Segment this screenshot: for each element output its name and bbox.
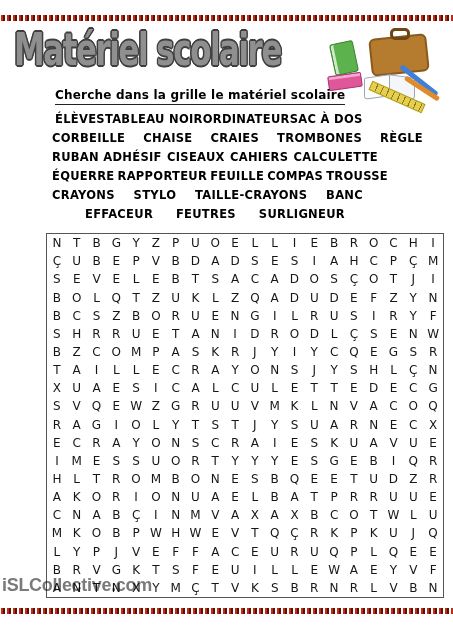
grid-cell: H (47, 470, 67, 488)
grid-cell: T (186, 270, 206, 288)
grid-cell: Y (245, 452, 265, 470)
grid-cell: U (304, 288, 324, 306)
grid-cell: I (285, 234, 305, 252)
grid-cell: C (324, 506, 344, 524)
grid-cell: E (304, 561, 324, 579)
grid-cell: O (205, 234, 225, 252)
grid-cell: B (324, 234, 344, 252)
grid-cell: O (364, 234, 384, 252)
grid-cell: A (205, 361, 225, 379)
grid-cell: O (403, 397, 423, 415)
grid-cell: B (47, 307, 67, 325)
word: EFFACEUR (85, 207, 153, 221)
grid-cell: M (47, 524, 67, 542)
grid-cell: R (344, 488, 364, 506)
grid-cell: E (146, 270, 166, 288)
grid-cell: J (304, 361, 324, 379)
grid-cell: Ç (126, 506, 146, 524)
grid-cell: S (205, 270, 225, 288)
grid-cell: U (304, 543, 324, 561)
grid-cell: X (285, 506, 305, 524)
grid-cell: E (304, 470, 324, 488)
grid-cell: E (423, 434, 443, 452)
grid-cell: B (47, 288, 67, 306)
grid-cell: P (126, 252, 146, 270)
grid-cell: A (166, 343, 186, 361)
grid-cell: A (285, 488, 305, 506)
grid-cell: E (403, 543, 423, 561)
grid-cell: Q (423, 397, 443, 415)
grid-cell: K (285, 397, 305, 415)
word: STYLO (134, 188, 177, 202)
decorative-border-bottom (0, 608, 453, 614)
grid-cell: N (265, 361, 285, 379)
grid-cell: N (324, 579, 344, 597)
grid-cell: W (186, 524, 206, 542)
grid-cell: M (67, 452, 87, 470)
grid-cell: N (47, 234, 67, 252)
grid-cell: R (186, 361, 206, 379)
grid-cell: S (205, 415, 225, 433)
grid-cell: E (205, 307, 225, 325)
grid-cell: S (47, 397, 67, 415)
grid-cell: G (87, 415, 107, 433)
grid-cell: E (146, 325, 166, 343)
grid-cell: A (106, 434, 126, 452)
grid-cell: U (304, 415, 324, 433)
word: CRAIES (211, 131, 259, 145)
grid-cell: N (205, 470, 225, 488)
grid-cell: L (205, 379, 225, 397)
grid-cell: O (67, 288, 87, 306)
grid-cell: A (186, 379, 206, 397)
grid-cell: M (146, 470, 166, 488)
grid-cell: E (106, 379, 126, 397)
grid-cell: G (166, 397, 186, 415)
grid-cell: I (47, 452, 67, 470)
grid-cell: T (225, 415, 245, 433)
grid-cell: S (364, 325, 384, 343)
grid-cell: P (87, 543, 107, 561)
grid-cell: Ç (403, 361, 423, 379)
grid-cell: C (384, 397, 404, 415)
grid-cell: R (344, 234, 364, 252)
grid-cell: Y (225, 452, 245, 470)
grid-cell: U (225, 561, 245, 579)
grid-cell: U (146, 452, 166, 470)
grid-cell: Q (344, 343, 364, 361)
watermark-text: iSLCollective.com (2, 575, 152, 596)
grid-cell: Q (245, 288, 265, 306)
grid-cell: I (304, 252, 324, 270)
grid-cell: Y (265, 452, 285, 470)
briefcase-handle-icon (390, 28, 410, 40)
grid-cell: I (285, 343, 305, 361)
grid-cell: Y (384, 561, 404, 579)
grid-cell: U (384, 524, 404, 542)
grid-cell: V (87, 270, 107, 288)
grid-cell: L (245, 234, 265, 252)
grid-cell: K (67, 524, 87, 542)
grid-cell: L (403, 506, 423, 524)
grid-cell: T (344, 470, 364, 488)
grid-cell: A (265, 506, 285, 524)
grid-cell: U (186, 488, 206, 506)
grid-cell: S (285, 415, 305, 433)
grid-cell: V (225, 579, 245, 597)
instruction-text: Cherche dans la grille le matériel scola… (55, 88, 345, 105)
grid-cell: I (87, 361, 107, 379)
grid-cell: A (245, 434, 265, 452)
grid-cell: E (146, 543, 166, 561)
grid-cell: U (364, 470, 384, 488)
grid-cell: Q (403, 452, 423, 470)
word: CAHIERS (230, 150, 288, 164)
grid-cell: R (344, 415, 364, 433)
grid-cell: R (364, 488, 384, 506)
word: CRAYONS (52, 188, 115, 202)
grid-cell: J (106, 543, 126, 561)
grid-cell: L (146, 415, 166, 433)
page-title: Matériel scolaire (14, 24, 281, 75)
grid-cell: S (245, 252, 265, 270)
grid-cell: N (225, 307, 245, 325)
grid-cell: S (265, 579, 285, 597)
grid-cell: N (403, 325, 423, 343)
grid-cell: T (364, 506, 384, 524)
grid-cell: F (186, 543, 206, 561)
grid-cell: A (344, 561, 364, 579)
grid-cell: A (87, 379, 107, 397)
grid-cell: K (186, 288, 206, 306)
grid-cell: Ç (285, 524, 305, 542)
grid-cell: Ç (47, 252, 67, 270)
grid-cell: G (384, 343, 404, 361)
grid-cell: V (344, 397, 364, 415)
grid-cell: O (304, 270, 324, 288)
grid-cell: A (205, 543, 225, 561)
grid-cell: D (285, 288, 305, 306)
grid-cell: L (384, 361, 404, 379)
grid-cell: T (384, 270, 404, 288)
grid-cell: K (245, 579, 265, 597)
grid-cell: R (225, 434, 245, 452)
grid-cell: L (265, 234, 285, 252)
grid-cell: V (384, 434, 404, 452)
grid-cell: R (423, 470, 443, 488)
grid-cell: L (364, 579, 384, 597)
grid-cell: Z (146, 397, 166, 415)
word: RUBAN ADHÉSIF (52, 150, 162, 164)
grid-cell: I (146, 506, 166, 524)
grid-cell: B (106, 506, 126, 524)
grid-cell: G (324, 452, 344, 470)
grid-cell: B (106, 524, 126, 542)
grid-cell: Z (106, 307, 126, 325)
grid-cell: Y (265, 343, 285, 361)
grid-cell: T (87, 470, 107, 488)
grid-cell: E (146, 361, 166, 379)
grid-cell: J (245, 343, 265, 361)
grid-cell: N (205, 325, 225, 343)
grid-cell: R (304, 579, 324, 597)
grid-cell: C (67, 434, 87, 452)
grid-cell: O (87, 488, 107, 506)
word: CALCULETTE (294, 150, 378, 164)
grid-cell: G (106, 234, 126, 252)
grid-cell: A (47, 488, 67, 506)
grid-cell: P (126, 524, 146, 542)
grid-cell: L (87, 288, 107, 306)
grid-cell: O (186, 470, 206, 488)
grid-cell: R (166, 307, 186, 325)
grid-cell: B (265, 470, 285, 488)
grid-cell: D (304, 325, 324, 343)
grid-cell: A (67, 361, 87, 379)
grid-cell: B (265, 488, 285, 506)
grid-cell: C (364, 252, 384, 270)
grid-cell: E (67, 270, 87, 288)
grid-cell: U (225, 397, 245, 415)
grid-cell: E (106, 397, 126, 415)
grid-cell: Ç (344, 325, 364, 343)
grid-cell: R (106, 488, 126, 506)
grid-cell: Ç (344, 270, 364, 288)
grid-cell: R (186, 452, 206, 470)
grid-cell: A (186, 325, 206, 343)
grid-cell: Y (67, 543, 87, 561)
word: TAILLE-CRAYONS (195, 188, 307, 202)
grid-cell: S (344, 361, 364, 379)
grid-cell: I (423, 234, 443, 252)
grid-cell: Y (265, 415, 285, 433)
grid-cell: A (87, 506, 107, 524)
grid-cell: Z (403, 470, 423, 488)
grid-cell: Q (106, 288, 126, 306)
grid-cell: E (106, 270, 126, 288)
grid-cell: V (126, 543, 146, 561)
grid-cell: O (166, 452, 186, 470)
grid-cell: R (423, 343, 443, 361)
word: ÉLÈVES (55, 112, 105, 126)
grid-cell: I (225, 325, 245, 343)
grid-cell: L (126, 270, 146, 288)
grid-cell: G (245, 307, 265, 325)
grid-cell: F (186, 561, 206, 579)
grid-cell: S (87, 307, 107, 325)
grid-cell: S (403, 343, 423, 361)
grid-cell: R (423, 452, 443, 470)
grid-cell: S (126, 452, 146, 470)
grid-cell: L (205, 288, 225, 306)
grid-cell: L (265, 561, 285, 579)
grid-cell: D (225, 252, 245, 270)
grid-cell: G (423, 379, 443, 397)
grid-cell: R (47, 415, 67, 433)
grid-cell: I (384, 452, 404, 470)
grid-cell: Q (423, 524, 443, 542)
grid-cell: A (225, 270, 245, 288)
grid-cell: A (205, 252, 225, 270)
word-row: ÉQUERRERAPPORTEURFEUILLECOMPASTROUSSE (0, 166, 453, 185)
grid-cell: A (265, 288, 285, 306)
grid-cell: U (384, 488, 404, 506)
grid-cell: Q (285, 470, 305, 488)
grid-cell: Z (67, 343, 87, 361)
grid-cell: N (166, 506, 186, 524)
grid-cell: M (166, 579, 186, 597)
grid-cell: E (384, 379, 404, 397)
grid-cell: M (126, 343, 146, 361)
grid-cell: V (205, 506, 225, 524)
grid-cell: E (106, 252, 126, 270)
grid-cell: C (324, 343, 344, 361)
grid-cell: X (47, 379, 67, 397)
grid-cell: W (324, 561, 344, 579)
grid-cell: V (146, 252, 166, 270)
grid-cell: I (265, 434, 285, 452)
grid-cell: E (285, 452, 305, 470)
grid-cell: A (364, 434, 384, 452)
grid-cell: H (67, 325, 87, 343)
grid-cell: D (245, 325, 265, 343)
grid-cell: B (87, 234, 107, 252)
grid-cell: O (126, 470, 146, 488)
grid-cell: A (67, 415, 87, 433)
grid-cell: N (423, 288, 443, 306)
grid-cell: A (324, 415, 344, 433)
grid-cell: I (146, 379, 166, 397)
word: SURLIGNEUR (259, 207, 345, 221)
word: COMPAS (267, 169, 323, 183)
grid-cell: E (384, 415, 404, 433)
grid-cell: R (304, 307, 324, 325)
word: TROUSSE (326, 169, 388, 183)
grid-cell: Ç (403, 252, 423, 270)
grid-cell: T (186, 415, 206, 433)
grid-cell: V (384, 579, 404, 597)
grid-cell: H (344, 252, 364, 270)
grid-cell: Z (146, 234, 166, 252)
grid-cell: N (423, 361, 443, 379)
grid-cell: S (186, 434, 206, 452)
word-row: CRAYONSSTYLOTAILLE-CRAYONSBANC (0, 185, 453, 204)
grid-cell: F (166, 543, 186, 561)
grid-cell: N (166, 488, 186, 506)
grid-cell: U (67, 379, 87, 397)
grid-cell: X (423, 415, 443, 433)
worksheet-page: Matériel scolaire Cherche dans la grille… (0, 0, 453, 640)
grid-cell: U (423, 506, 443, 524)
grid-cell: A (205, 488, 225, 506)
grid-cell: J (403, 270, 423, 288)
grid-cell: H (166, 524, 186, 542)
grid-cell: C (225, 379, 245, 397)
grid-cell: B (285, 579, 305, 597)
grid-cell: Y (324, 361, 344, 379)
grid-cell: N (364, 415, 384, 433)
grid-cell: C (166, 361, 186, 379)
grid-cell: U (403, 434, 423, 452)
grid-cell: Z (384, 288, 404, 306)
grid-cell: U (186, 234, 206, 252)
grid-cell: I (126, 488, 146, 506)
grid-cell: Q (87, 397, 107, 415)
grid-cell: S (304, 434, 324, 452)
grid-cell: L (126, 361, 146, 379)
word: TABLEAU NOIR (105, 112, 203, 126)
grid-cell: T (205, 579, 225, 597)
word: CORBEILLE (52, 131, 125, 145)
grid-cell: F (423, 561, 443, 579)
grid-cell: C (403, 379, 423, 397)
grid-cell: U (265, 543, 285, 561)
grid-cell: W (146, 524, 166, 542)
grid-cell: R (186, 397, 206, 415)
grid-cell: M (265, 397, 285, 415)
grid-cell: B (87, 252, 107, 270)
grid-cell: E (344, 452, 364, 470)
grid-cell: F (423, 307, 443, 325)
grid-cell: E (245, 543, 265, 561)
grid-cell: L (324, 325, 344, 343)
grid-cell: L (304, 397, 324, 415)
grid-cell: D (384, 470, 404, 488)
grid-cell: B (166, 470, 186, 488)
grid-cell: E (225, 234, 245, 252)
grid-cell: S (285, 252, 305, 270)
grid-cell: I (423, 270, 443, 288)
grid-cell: I (106, 415, 126, 433)
grid-cell: O (285, 325, 305, 343)
word: BANC (326, 188, 363, 202)
grid-cell: O (245, 361, 265, 379)
grid-cell: K (324, 434, 344, 452)
grid-cell: V (225, 524, 245, 542)
grid-cell: U (324, 307, 344, 325)
grid-cell: P (166, 234, 186, 252)
grid-cell: E (205, 561, 225, 579)
grid-cell: V (403, 561, 423, 579)
grid-cell: T (166, 325, 186, 343)
grid-cell: B (304, 506, 324, 524)
grid-cell: O (344, 506, 364, 524)
grid-cell: C (384, 234, 404, 252)
word: ÉQUERRE (52, 169, 115, 183)
grid-cell: K (324, 524, 344, 542)
grid-cell: R (285, 543, 305, 561)
grid-cell: U (126, 325, 146, 343)
grid-cell: M (186, 506, 206, 524)
grid-cell: O (146, 488, 166, 506)
letter-grid: NTBGYZPUOELLIEBROCHIÇUBEPVBDADSESIAHCPÇM… (46, 233, 444, 598)
grid-cell: R (87, 434, 107, 452)
grid-cell: U (245, 379, 265, 397)
word: RAPPORTEUR (118, 169, 208, 183)
grid-cell: N (67, 506, 87, 524)
grid-cell: F (364, 288, 384, 306)
grid-cell: Y (403, 288, 423, 306)
grid-cell: R (106, 325, 126, 343)
grid-cell: E (285, 434, 305, 452)
grid-cell: T (47, 361, 67, 379)
grid-cell: A (225, 506, 245, 524)
grid-cell: O (106, 343, 126, 361)
grid-cell: C (87, 343, 107, 361)
grid-cell: E (344, 379, 364, 397)
grid-cell: E (364, 561, 384, 579)
grid-cell: E (265, 252, 285, 270)
